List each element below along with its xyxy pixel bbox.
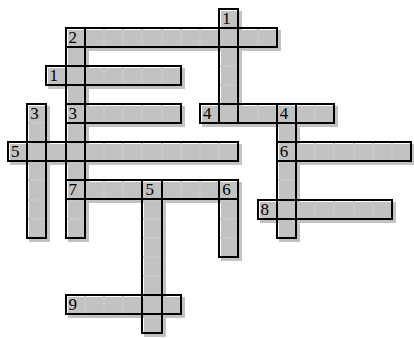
- blocked-cell: [181, 257, 200, 276]
- blocked-cell: [353, 47, 372, 66]
- blocked-cell: [8, 276, 27, 295]
- blocked-cell: [334, 47, 353, 66]
- blocked-cell: [373, 276, 392, 295]
- cell-7-16[interactable]: [142, 314, 161, 333]
- blocked-cell: [46, 104, 65, 123]
- cell-5-5[interactable]: [104, 104, 123, 123]
- blocked-cell: [66, 9, 85, 28]
- cell-10-9[interactable]: [200, 180, 219, 199]
- blocked-cell: [257, 47, 276, 66]
- blocked-cell: [123, 219, 142, 238]
- blocked-cell: [200, 66, 219, 85]
- blocked-cell: [353, 180, 372, 199]
- blocked-cell: [392, 161, 411, 180]
- cell-1-8[interactable]: [27, 161, 46, 180]
- blocked-cell: [123, 161, 142, 180]
- blocked-cell: [257, 219, 276, 238]
- blocked-cell: [392, 199, 411, 218]
- cell-15-10[interactable]: [296, 199, 315, 218]
- blocked-cell: [8, 66, 27, 85]
- blocked-cell: [181, 295, 200, 314]
- cell-3-3[interactable]: [66, 66, 85, 85]
- blocked-cell: [257, 161, 276, 180]
- blocked-cell: [181, 9, 200, 28]
- cell-11-11[interactable]: [219, 219, 238, 238]
- blocked-cell: [27, 314, 46, 333]
- blocked-cell: [85, 257, 104, 276]
- blocked-cell: [46, 276, 65, 295]
- blocked-cell: [334, 161, 353, 180]
- blocked-cell: [200, 9, 219, 28]
- blocked-cell: [277, 66, 296, 85]
- cell-14-9[interactable]: [277, 180, 296, 199]
- cell-4-1[interactable]: [85, 28, 104, 47]
- blocked-cell: [8, 238, 27, 257]
- cell-18-10[interactable]: [353, 199, 372, 218]
- blocked-cell: [8, 104, 27, 123]
- cell-6-1[interactable]: [123, 28, 142, 47]
- blocked-cell: [66, 276, 85, 295]
- cell-3-10[interactable]: [66, 199, 85, 218]
- cell-11-0[interactable]: [219, 9, 238, 28]
- blocked-cell: [27, 9, 46, 28]
- cell-17-10[interactable]: [334, 199, 353, 218]
- blocked-cell: [353, 276, 372, 295]
- cell-6-7[interactable]: [123, 142, 142, 161]
- cell-13-10[interactable]: [257, 199, 276, 218]
- cell-0-7[interactable]: [8, 142, 27, 161]
- blocked-cell: [257, 295, 276, 314]
- blocked-cell: [392, 104, 411, 123]
- blocked-cell: [104, 238, 123, 257]
- blocked-cell: [373, 295, 392, 314]
- blocked-cell: [315, 276, 334, 295]
- cell-16-5[interactable]: [315, 104, 334, 123]
- cell-6-9[interactable]: [123, 180, 142, 199]
- cell-7-13[interactable]: [142, 257, 161, 276]
- blocked-cell: [257, 314, 276, 333]
- cell-2-3[interactable]: [46, 66, 65, 85]
- cell-9-1[interactable]: [181, 28, 200, 47]
- cell-10-1[interactable]: [200, 28, 219, 47]
- blocked-cell: [315, 314, 334, 333]
- blocked-cell: [353, 123, 372, 142]
- cell-6-5[interactable]: [123, 104, 142, 123]
- cell-7-5[interactable]: [142, 104, 161, 123]
- blocked-cell: [8, 180, 27, 199]
- blocked-cell: [162, 47, 181, 66]
- blocked-cell: [238, 238, 257, 257]
- blocked-cell: [277, 257, 296, 276]
- blocked-cell: [277, 47, 296, 66]
- blocked-cell: [46, 314, 65, 333]
- blocked-cell: [123, 85, 142, 104]
- cell-3-9[interactable]: [66, 180, 85, 199]
- cell-6-15[interactable]: [123, 295, 142, 314]
- blocked-cell: [373, 66, 392, 85]
- blocked-cell: [27, 257, 46, 276]
- blocked-cell: [315, 47, 334, 66]
- blocked-cell: [353, 104, 372, 123]
- blocked-cell: [85, 238, 104, 257]
- cell-8-1[interactable]: [162, 28, 181, 47]
- blocked-cell: [46, 161, 65, 180]
- cell-13-5[interactable]: [257, 104, 276, 123]
- cell-3-6[interactable]: [66, 123, 85, 142]
- cell-8-7[interactable]: [162, 142, 181, 161]
- cell-6-3[interactable]: [123, 66, 142, 85]
- blocked-cell: [296, 180, 315, 199]
- blocked-cell: [392, 180, 411, 199]
- blocked-cell: [296, 85, 315, 104]
- blocked-cell: [373, 104, 392, 123]
- blocked-cell: [8, 85, 27, 104]
- blocked-cell: [104, 219, 123, 238]
- blocked-cell: [85, 85, 104, 104]
- blocked-cell: [200, 85, 219, 104]
- blocked-cell: [392, 85, 411, 104]
- blocked-cell: [373, 123, 392, 142]
- blocked-cell: [123, 257, 142, 276]
- cell-10-5[interactable]: [200, 104, 219, 123]
- blocked-cell: [392, 295, 411, 314]
- cell-15-5[interactable]: [296, 104, 315, 123]
- blocked-cell: [142, 9, 161, 28]
- blocked-cell: [181, 161, 200, 180]
- cell-15-7[interactable]: [296, 142, 315, 161]
- blocked-cell: [104, 47, 123, 66]
- blocked-cell: [162, 123, 181, 142]
- blocked-cell: [85, 123, 104, 142]
- cell-8-5[interactable]: [162, 104, 181, 123]
- blocked-cell: [181, 219, 200, 238]
- cell-11-5[interactable]: [219, 104, 238, 123]
- cell-3-8[interactable]: [66, 161, 85, 180]
- blocked-cell: [181, 276, 200, 295]
- blocked-cell: [200, 123, 219, 142]
- cell-5-15[interactable]: [104, 295, 123, 314]
- blocked-cell: [315, 28, 334, 47]
- blocked-cell: [46, 9, 65, 28]
- blocked-cell: [296, 276, 315, 295]
- blocked-cell: [238, 180, 257, 199]
- blocked-cell: [104, 123, 123, 142]
- blocked-cell: [8, 199, 27, 218]
- cell-7-15[interactable]: [142, 295, 161, 314]
- blocked-cell: [85, 314, 104, 333]
- cell-7-1[interactable]: [142, 28, 161, 47]
- cell-3-7[interactable]: [66, 142, 85, 161]
- cell-8-3[interactable]: [162, 66, 181, 85]
- cell-7-7[interactable]: [142, 142, 161, 161]
- blocked-cell: [27, 276, 46, 295]
- blocked-cell: [27, 295, 46, 314]
- blocked-cell: [296, 9, 315, 28]
- cell-3-1[interactable]: [66, 28, 85, 47]
- blocked-cell: [27, 47, 46, 66]
- blocked-cell: [123, 123, 142, 142]
- cell-14-10[interactable]: [277, 199, 296, 218]
- blocked-cell: [277, 85, 296, 104]
- blocked-cell: [315, 180, 334, 199]
- blocked-cell: [296, 219, 315, 238]
- blocked-cell: [181, 47, 200, 66]
- blocked-cell: [85, 219, 104, 238]
- blocked-cell: [238, 66, 257, 85]
- cell-grid: [8, 9, 411, 333]
- blocked-cell: [85, 47, 104, 66]
- blocked-cell: [334, 66, 353, 85]
- blocked-cell: [373, 85, 392, 104]
- blocked-cell: [219, 314, 238, 333]
- blocked-cell: [8, 257, 27, 276]
- blocked-cell: [353, 257, 372, 276]
- blocked-cell: [104, 257, 123, 276]
- blocked-cell: [373, 219, 392, 238]
- blocked-cell: [296, 257, 315, 276]
- blocked-cell: [8, 9, 27, 28]
- blocked-cell: [257, 276, 276, 295]
- cell-5-7[interactable]: [104, 142, 123, 161]
- blocked-cell: [46, 180, 65, 199]
- cell-19-7[interactable]: [373, 142, 392, 161]
- blocked-cell: [27, 28, 46, 47]
- cell-14-6[interactable]: [277, 123, 296, 142]
- cell-11-7[interactable]: [219, 142, 238, 161]
- blocked-cell: [257, 238, 276, 257]
- blocked-cell: [162, 219, 181, 238]
- blocked-cell: [8, 295, 27, 314]
- cell-7-11[interactable]: [142, 219, 161, 238]
- blocked-cell: [162, 85, 181, 104]
- blocked-cell: [353, 295, 372, 314]
- blocked-cell: [85, 276, 104, 295]
- blocked-cell: [46, 85, 65, 104]
- cell-9-9[interactable]: [181, 180, 200, 199]
- blocked-cell: [162, 257, 181, 276]
- cell-14-7[interactable]: [277, 142, 296, 161]
- blocked-cell: [200, 161, 219, 180]
- cell-14-8[interactable]: [277, 161, 296, 180]
- blocked-cell: [238, 85, 257, 104]
- blocked-cell: [334, 28, 353, 47]
- blocked-cell: [104, 314, 123, 333]
- cell-18-7[interactable]: [353, 142, 372, 161]
- cell-11-4[interactable]: [219, 85, 238, 104]
- blocked-cell: [353, 161, 372, 180]
- cell-5-3[interactable]: [104, 66, 123, 85]
- blocked-cell: [238, 257, 257, 276]
- blocked-cell: [238, 199, 257, 218]
- blocked-cell: [315, 257, 334, 276]
- cell-3-11[interactable]: [66, 219, 85, 238]
- blocked-cell: [66, 257, 85, 276]
- blocked-cell: [123, 238, 142, 257]
- blocked-cell: [296, 161, 315, 180]
- blocked-cell: [238, 219, 257, 238]
- blocked-cell: [373, 9, 392, 28]
- cell-1-10[interactable]: [27, 199, 46, 218]
- cell-11-10[interactable]: [219, 199, 238, 218]
- cell-1-9[interactable]: [27, 180, 46, 199]
- blocked-cell: [181, 104, 200, 123]
- cell-4-3[interactable]: [85, 66, 104, 85]
- blocked-cell: [238, 9, 257, 28]
- blocked-cell: [334, 180, 353, 199]
- blocked-cell: [162, 9, 181, 28]
- cell-11-3[interactable]: [219, 66, 238, 85]
- blocked-cell: [181, 66, 200, 85]
- blocked-cell: [200, 295, 219, 314]
- blocked-cell: [373, 47, 392, 66]
- blocked-cell: [104, 85, 123, 104]
- blocked-cell: [257, 9, 276, 28]
- blocked-cell: [46, 238, 65, 257]
- blocked-cell: [200, 219, 219, 238]
- blocked-cell: [296, 123, 315, 142]
- cell-11-2[interactable]: [219, 47, 238, 66]
- blocked-cell: [277, 314, 296, 333]
- cell-7-3[interactable]: [142, 66, 161, 85]
- cell-5-1[interactable]: [104, 28, 123, 47]
- blocked-cell: [46, 199, 65, 218]
- blocked-cell: [181, 238, 200, 257]
- blocked-cell: [8, 314, 27, 333]
- blocked-cell: [334, 238, 353, 257]
- cell-12-5[interactable]: [238, 104, 257, 123]
- blocked-cell: [373, 257, 392, 276]
- cell-3-15[interactable]: [66, 295, 85, 314]
- blocked-cell: [277, 295, 296, 314]
- cell-3-4[interactable]: [66, 85, 85, 104]
- blocked-cell: [392, 314, 411, 333]
- blocked-cell: [257, 85, 276, 104]
- cell-12-1[interactable]: [238, 28, 257, 47]
- cell-16-10[interactable]: [315, 199, 334, 218]
- blocked-cell: [162, 238, 181, 257]
- blocked-cell: [123, 47, 142, 66]
- blocked-cell: [142, 123, 161, 142]
- blocked-cell: [123, 9, 142, 28]
- blocked-cell: [353, 85, 372, 104]
- blocked-cell: [334, 9, 353, 28]
- blocked-cell: [200, 47, 219, 66]
- blocked-cell: [123, 276, 142, 295]
- blocked-cell: [296, 295, 315, 314]
- blocked-cell: [296, 66, 315, 85]
- cell-14-5[interactable]: [277, 104, 296, 123]
- blocked-cell: [46, 123, 65, 142]
- cell-7-14[interactable]: [142, 276, 161, 295]
- blocked-cell: [200, 257, 219, 276]
- blocked-cell: [353, 66, 372, 85]
- cell-4-7[interactable]: [85, 142, 104, 161]
- blocked-cell: [373, 161, 392, 180]
- blocked-cell: [181, 314, 200, 333]
- cell-2-7[interactable]: [46, 142, 65, 161]
- cell-11-12[interactable]: [219, 238, 238, 257]
- cell-7-10[interactable]: [142, 199, 161, 218]
- blocked-cell: [200, 276, 219, 295]
- cell-4-9[interactable]: [85, 180, 104, 199]
- blocked-cell: [238, 276, 257, 295]
- blocked-cell: [46, 47, 65, 66]
- cell-19-10[interactable]: [373, 199, 392, 218]
- blocked-cell: [392, 257, 411, 276]
- blocked-cell: [315, 66, 334, 85]
- blocked-cell: [334, 123, 353, 142]
- cell-14-11[interactable]: [277, 219, 296, 238]
- cell-10-7[interactable]: [200, 142, 219, 161]
- cell-13-1[interactable]: [257, 28, 276, 47]
- cell-8-9[interactable]: [162, 180, 181, 199]
- cell-1-7[interactable]: [27, 142, 46, 161]
- blocked-cell: [334, 314, 353, 333]
- cell-16-7[interactable]: [315, 142, 334, 161]
- blocked-cell: [392, 219, 411, 238]
- blocked-cell: [353, 9, 372, 28]
- blocked-cell: [373, 238, 392, 257]
- cell-4-5[interactable]: [85, 104, 104, 123]
- blocked-cell: [104, 9, 123, 28]
- blocked-cell: [353, 314, 372, 333]
- cell-3-2[interactable]: [66, 47, 85, 66]
- blocked-cell: [219, 123, 238, 142]
- cell-7-12[interactable]: [142, 238, 161, 257]
- cell-1-6[interactable]: [27, 123, 46, 142]
- blocked-cell: [66, 238, 85, 257]
- blocked-cell: [257, 257, 276, 276]
- blocked-cell: [353, 28, 372, 47]
- cell-17-7[interactable]: [334, 142, 353, 161]
- blocked-cell: [200, 314, 219, 333]
- cell-5-9[interactable]: [104, 180, 123, 199]
- blocked-cell: [315, 123, 334, 142]
- blocked-cell: [162, 314, 181, 333]
- blocked-cell: [334, 104, 353, 123]
- blocked-cell: [392, 123, 411, 142]
- cell-8-15[interactable]: [162, 295, 181, 314]
- blocked-cell: [142, 85, 161, 104]
- blocked-cell: [392, 276, 411, 295]
- blocked-cell: [334, 85, 353, 104]
- cell-7-9[interactable]: [142, 180, 161, 199]
- cell-9-7[interactable]: [181, 142, 200, 161]
- blocked-cell: [123, 199, 142, 218]
- blocked-cell: [200, 238, 219, 257]
- blocked-cell: [219, 161, 238, 180]
- blocked-cell: [85, 9, 104, 28]
- blocked-cell: [392, 28, 411, 47]
- blocked-cell: [334, 219, 353, 238]
- blocked-cell: [392, 47, 411, 66]
- blocked-cell: [162, 161, 181, 180]
- cell-3-5[interactable]: [66, 104, 85, 123]
- blocked-cell: [85, 161, 104, 180]
- blocked-cell: [373, 314, 392, 333]
- cell-11-1[interactable]: [219, 28, 238, 47]
- blocked-cell: [27, 85, 46, 104]
- cell-1-5[interactable]: [27, 104, 46, 123]
- cell-1-11[interactable]: [27, 219, 46, 238]
- blocked-cell: [296, 238, 315, 257]
- blocked-cell: [296, 47, 315, 66]
- blocked-cell: [104, 199, 123, 218]
- cell-20-7[interactable]: [392, 142, 411, 161]
- cell-4-15[interactable]: [85, 295, 104, 314]
- cell-11-9[interactable]: [219, 180, 238, 199]
- blocked-cell: [315, 9, 334, 28]
